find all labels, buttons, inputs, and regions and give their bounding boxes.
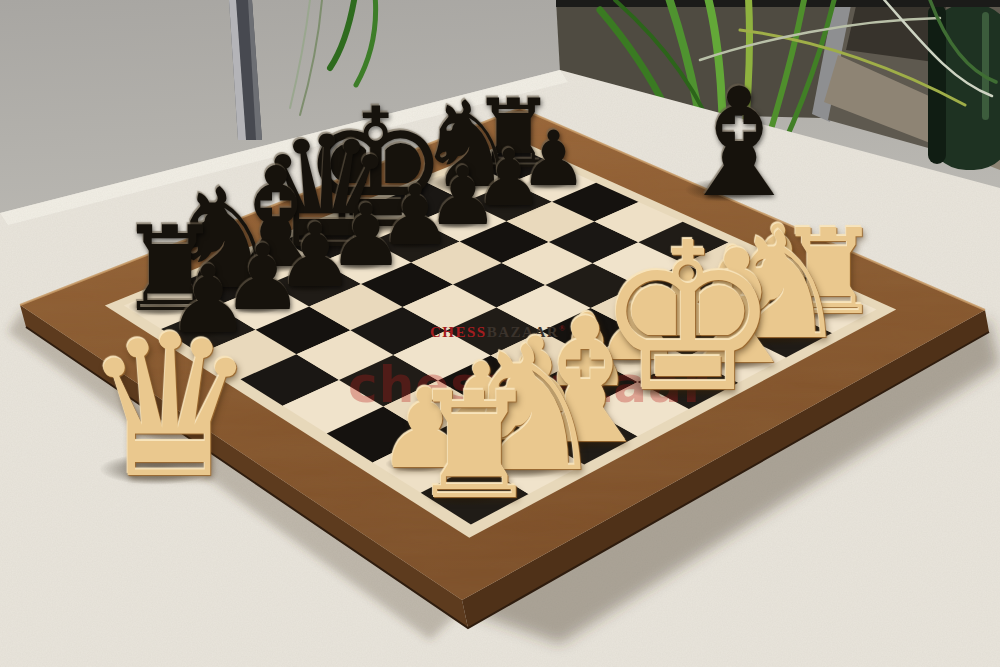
pot-highlight <box>982 12 989 120</box>
piece-black-bishop[interactable]: ♝ <box>672 68 806 218</box>
piece-white-rook[interactable]: ♜ <box>409 374 541 521</box>
photo-stage: chessbazaar CHESSBAZAAR® ♜♞♝♛♚♞♜♟♟♟♟♟♟♟♟… <box>0 0 1000 667</box>
piece-white-queen[interactable]: ♛ <box>82 309 258 506</box>
